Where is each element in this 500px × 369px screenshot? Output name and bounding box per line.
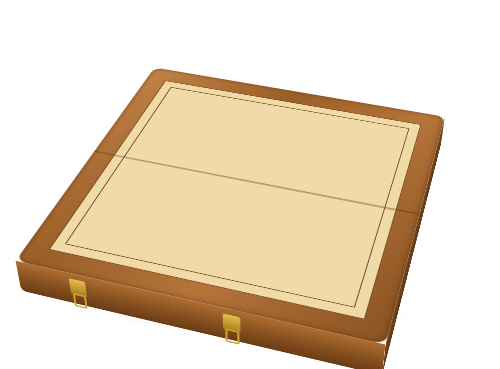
brass-latch-icon bbox=[223, 313, 241, 333]
board-squares bbox=[66, 88, 408, 307]
brass-latch-icon bbox=[69, 278, 87, 298]
board-top-face bbox=[16, 68, 445, 345]
product-photo-scene bbox=[0, 0, 500, 369]
